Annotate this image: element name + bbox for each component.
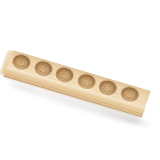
product-photo-scene <box>0 0 160 160</box>
